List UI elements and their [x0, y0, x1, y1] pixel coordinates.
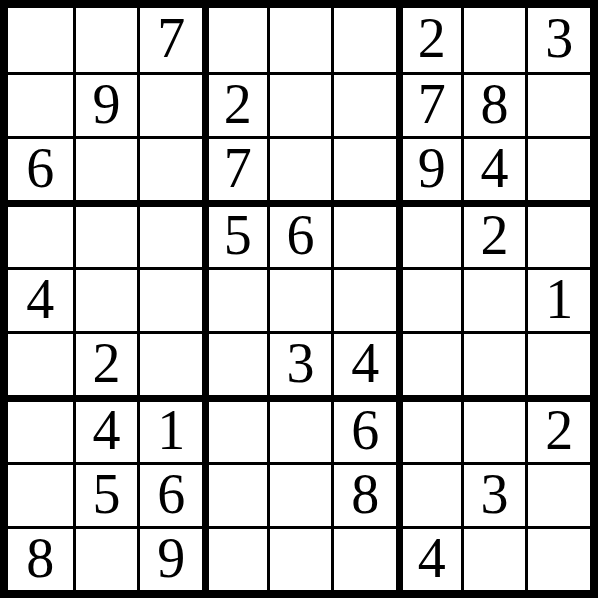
cell-r9c6[interactable]	[331, 526, 396, 590]
cell-r1c7[interactable]: 2	[396, 8, 461, 72]
cell-r4c4[interactable]: 5	[202, 200, 267, 267]
cell-r8c5[interactable]	[267, 462, 332, 526]
cell-r2c2[interactable]: 9	[73, 72, 138, 136]
cell-r1c3[interactable]: 7	[137, 8, 202, 72]
cell-r6c4[interactable]	[202, 331, 267, 395]
cell-r9c5[interactable]	[267, 526, 332, 590]
cell-r4c1[interactable]	[8, 200, 73, 267]
cell-r8c9[interactable]	[525, 462, 590, 526]
cell-r7c5[interactable]	[267, 395, 332, 462]
cell-r8c7[interactable]	[396, 462, 461, 526]
cell-r5c7[interactable]	[396, 267, 461, 331]
cell-r5c3[interactable]	[137, 267, 202, 331]
cell-r3c5[interactable]	[267, 136, 332, 200]
cell-r6c7[interactable]	[396, 331, 461, 395]
cell-r2c3[interactable]	[137, 72, 202, 136]
sudoku-board: 723927867945624123441625683894	[0, 0, 598, 598]
cell-r5c8[interactable]	[461, 267, 526, 331]
cell-r7c6[interactable]: 6	[331, 395, 396, 462]
cell-r9c7[interactable]: 4	[396, 526, 461, 590]
cell-r7c4[interactable]	[202, 395, 267, 462]
cell-r9c8[interactable]	[461, 526, 526, 590]
cell-r1c5[interactable]	[267, 8, 332, 72]
cell-r4c6[interactable]	[331, 200, 396, 267]
cell-r3c8[interactable]: 4	[461, 136, 526, 200]
cell-r4c5[interactable]: 6	[267, 200, 332, 267]
cell-r8c3[interactable]: 6	[137, 462, 202, 526]
cell-r7c2[interactable]: 4	[73, 395, 138, 462]
cell-r4c7[interactable]	[396, 200, 461, 267]
cell-r3c1[interactable]: 6	[8, 136, 73, 200]
cell-r5c5[interactable]	[267, 267, 332, 331]
cell-r6c5[interactable]: 3	[267, 331, 332, 395]
cell-r7c3[interactable]: 1	[137, 395, 202, 462]
cell-r6c3[interactable]	[137, 331, 202, 395]
cell-r3c3[interactable]	[137, 136, 202, 200]
cell-r2c1[interactable]	[8, 72, 73, 136]
cell-r6c6[interactable]: 4	[331, 331, 396, 395]
cell-r3c9[interactable]	[525, 136, 590, 200]
cell-r8c6[interactable]: 8	[331, 462, 396, 526]
cell-r9c2[interactable]	[73, 526, 138, 590]
cell-r1c8[interactable]	[461, 8, 526, 72]
cell-r9c1[interactable]: 8	[8, 526, 73, 590]
cell-r7c8[interactable]	[461, 395, 526, 462]
cell-r8c1[interactable]	[8, 462, 73, 526]
cell-r8c8[interactable]: 3	[461, 462, 526, 526]
cell-r9c9[interactable]	[525, 526, 590, 590]
cell-r1c9[interactable]: 3	[525, 8, 590, 72]
cell-r5c4[interactable]	[202, 267, 267, 331]
cell-r3c4[interactable]: 7	[202, 136, 267, 200]
cell-r1c1[interactable]	[8, 8, 73, 72]
cell-r8c2[interactable]: 5	[73, 462, 138, 526]
cell-r6c8[interactable]	[461, 331, 526, 395]
cell-r1c4[interactable]	[202, 8, 267, 72]
cell-r9c3[interactable]: 9	[137, 526, 202, 590]
cell-r7c1[interactable]	[8, 395, 73, 462]
cell-r7c7[interactable]	[396, 395, 461, 462]
sudoku-page: 723927867945624123441625683894	[0, 0, 600, 600]
cell-r4c9[interactable]	[525, 200, 590, 267]
cell-r2c7[interactable]: 7	[396, 72, 461, 136]
cell-r5c1[interactable]: 4	[8, 267, 73, 331]
cell-r5c9[interactable]: 1	[525, 267, 590, 331]
cell-r6c9[interactable]	[525, 331, 590, 395]
cell-r2c8[interactable]: 8	[461, 72, 526, 136]
cell-r2c6[interactable]	[331, 72, 396, 136]
cell-r4c2[interactable]	[73, 200, 138, 267]
cell-r6c1[interactable]	[8, 331, 73, 395]
cell-r3c2[interactable]	[73, 136, 138, 200]
cell-r2c5[interactable]	[267, 72, 332, 136]
cell-r1c6[interactable]	[331, 8, 396, 72]
cell-r5c6[interactable]	[331, 267, 396, 331]
cell-r7c9[interactable]: 2	[525, 395, 590, 462]
cell-r9c4[interactable]	[202, 526, 267, 590]
cell-r3c7[interactable]: 9	[396, 136, 461, 200]
cell-r2c9[interactable]	[525, 72, 590, 136]
cell-r6c2[interactable]: 2	[73, 331, 138, 395]
cell-r5c2[interactable]	[73, 267, 138, 331]
cell-r4c8[interactable]: 2	[461, 200, 526, 267]
cell-r4c3[interactable]	[137, 200, 202, 267]
cell-r3c6[interactable]	[331, 136, 396, 200]
cell-r8c4[interactable]	[202, 462, 267, 526]
cell-r2c4[interactable]: 2	[202, 72, 267, 136]
cell-r1c2[interactable]	[73, 8, 138, 72]
